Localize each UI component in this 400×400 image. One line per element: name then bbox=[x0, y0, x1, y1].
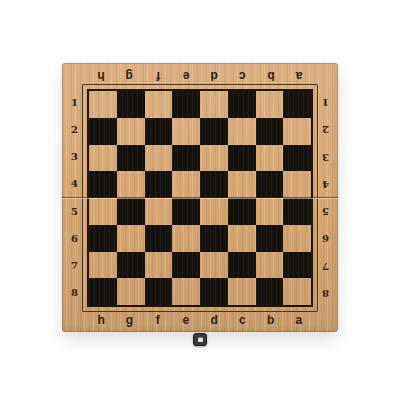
rank-label-left-3: 3 bbox=[71, 144, 78, 171]
rank-label-left-4: 4 bbox=[71, 171, 78, 198]
file-label-top-b: b bbox=[257, 70, 285, 82]
rank-label-right-4: 4 bbox=[322, 171, 329, 198]
square-b7[interactable] bbox=[256, 252, 284, 279]
file-label-bottom-d: d bbox=[200, 314, 228, 326]
square-f3[interactable] bbox=[145, 145, 173, 172]
square-c4[interactable] bbox=[228, 171, 256, 198]
file-label-bottom-f: f bbox=[144, 314, 172, 326]
square-h1[interactable] bbox=[89, 91, 117, 118]
square-c8[interactable] bbox=[228, 278, 256, 305]
square-h3[interactable] bbox=[89, 145, 117, 172]
square-c5[interactable] bbox=[228, 198, 256, 225]
file-label-bottom-e: e bbox=[172, 314, 200, 326]
rank-label-left-6: 6 bbox=[71, 225, 78, 252]
square-h4[interactable] bbox=[89, 171, 117, 198]
square-e7[interactable] bbox=[172, 252, 200, 279]
file-label-bottom-c: c bbox=[228, 314, 256, 326]
square-d8[interactable] bbox=[200, 278, 228, 305]
square-h8[interactable] bbox=[89, 278, 117, 305]
square-d3[interactable] bbox=[200, 145, 228, 172]
square-e6[interactable] bbox=[172, 225, 200, 252]
square-b8[interactable] bbox=[256, 278, 284, 305]
square-g4[interactable] bbox=[117, 171, 145, 198]
square-a2[interactable] bbox=[283, 118, 311, 145]
file-label-bottom-a: a bbox=[285, 314, 313, 326]
square-c2[interactable] bbox=[228, 118, 256, 145]
square-b6[interactable] bbox=[256, 225, 284, 252]
square-a3[interactable] bbox=[283, 145, 311, 172]
square-d5[interactable] bbox=[200, 198, 228, 225]
square-g6[interactable] bbox=[117, 225, 145, 252]
square-h5[interactable] bbox=[89, 198, 117, 225]
rank-label-right-8: 8 bbox=[322, 280, 329, 307]
file-label-top-c: c bbox=[228, 70, 256, 82]
latch-hole bbox=[198, 337, 203, 342]
rank-label-right-3: 3 bbox=[322, 144, 329, 171]
chess-board: hgfedcba 12345678 12345678 hgfedcba bbox=[62, 63, 338, 332]
square-f6[interactable] bbox=[145, 225, 173, 252]
rank-label-right-6: 6 bbox=[322, 225, 329, 252]
file-label-top-h: h bbox=[87, 70, 115, 82]
square-c3[interactable] bbox=[228, 145, 256, 172]
rank-label-right-7: 7 bbox=[322, 253, 329, 280]
square-a5[interactable] bbox=[283, 198, 311, 225]
square-b2[interactable] bbox=[256, 118, 284, 145]
square-g8[interactable] bbox=[117, 278, 145, 305]
square-g1[interactable] bbox=[117, 91, 145, 118]
square-f4[interactable] bbox=[145, 171, 173, 198]
file-label-top-a: a bbox=[285, 70, 313, 82]
square-d1[interactable] bbox=[200, 91, 228, 118]
square-h6[interactable] bbox=[89, 225, 117, 252]
square-f2[interactable] bbox=[145, 118, 173, 145]
square-d7[interactable] bbox=[200, 252, 228, 279]
file-label-bottom-h: h bbox=[87, 314, 115, 326]
square-c1[interactable] bbox=[228, 91, 256, 118]
square-e3[interactable] bbox=[172, 145, 200, 172]
square-b1[interactable] bbox=[256, 91, 284, 118]
rank-label-right-5: 5 bbox=[322, 198, 329, 225]
square-d2[interactable] bbox=[200, 118, 228, 145]
square-g7[interactable] bbox=[117, 252, 145, 279]
square-f8[interactable] bbox=[145, 278, 173, 305]
square-e4[interactable] bbox=[172, 171, 200, 198]
square-d6[interactable] bbox=[200, 225, 228, 252]
square-f7[interactable] bbox=[145, 252, 173, 279]
square-e1[interactable] bbox=[172, 91, 200, 118]
fold-seam bbox=[62, 197, 338, 199]
square-a7[interactable] bbox=[283, 252, 311, 279]
rank-label-right-2: 2 bbox=[322, 116, 329, 143]
square-a8[interactable] bbox=[283, 278, 311, 305]
square-c7[interactable] bbox=[228, 252, 256, 279]
rank-label-left-7: 7 bbox=[71, 253, 78, 280]
square-c6[interactable] bbox=[228, 225, 256, 252]
square-b5[interactable] bbox=[256, 198, 284, 225]
rank-label-left-2: 2 bbox=[71, 116, 78, 143]
square-b4[interactable] bbox=[256, 171, 284, 198]
file-label-bottom-b: b bbox=[257, 314, 285, 326]
rank-label-left-1: 1 bbox=[71, 89, 78, 116]
square-f5[interactable] bbox=[145, 198, 173, 225]
file-label-top-g: g bbox=[115, 70, 143, 82]
chessboard-photo: hgfedcba 12345678 12345678 hgfedcba bbox=[0, 0, 400, 400]
file-label-top-d: d bbox=[200, 70, 228, 82]
square-f1[interactable] bbox=[145, 91, 173, 118]
square-b3[interactable] bbox=[256, 145, 284, 172]
rank-label-left-5: 5 bbox=[71, 198, 78, 225]
file-label-bottom-g: g bbox=[115, 314, 143, 326]
rank-label-right-1: 1 bbox=[322, 89, 329, 116]
square-d4[interactable] bbox=[200, 171, 228, 198]
square-g3[interactable] bbox=[117, 145, 145, 172]
square-a4[interactable] bbox=[283, 171, 311, 198]
square-e8[interactable] bbox=[172, 278, 200, 305]
file-label-top-e: e bbox=[172, 70, 200, 82]
file-label-top-f: f bbox=[144, 70, 172, 82]
square-e2[interactable] bbox=[172, 118, 200, 145]
square-e5[interactable] bbox=[172, 198, 200, 225]
square-a1[interactable] bbox=[283, 91, 311, 118]
square-g2[interactable] bbox=[117, 118, 145, 145]
square-h2[interactable] bbox=[89, 118, 117, 145]
square-g5[interactable] bbox=[117, 198, 145, 225]
square-h7[interactable] bbox=[89, 252, 117, 279]
rank-label-left-8: 8 bbox=[71, 280, 78, 307]
latch-clasp bbox=[193, 333, 207, 346]
square-a6[interactable] bbox=[283, 225, 311, 252]
